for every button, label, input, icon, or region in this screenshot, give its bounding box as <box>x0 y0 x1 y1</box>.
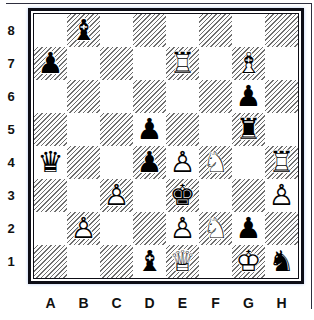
square-d2 <box>133 212 166 245</box>
square-h7 <box>265 47 298 80</box>
square-f5 <box>199 113 232 146</box>
square-h2 <box>265 212 298 245</box>
file-label-a: A <box>34 293 67 313</box>
square-e7: ♜♖ <box>166 47 199 80</box>
white-pawn-icon: ♙ <box>265 179 298 212</box>
square-h1: ♞♞ <box>265 245 298 278</box>
square-f6 <box>199 80 232 113</box>
file-label-b: B <box>67 293 100 313</box>
square-a4: ♛♛ <box>34 146 67 179</box>
square-c3: ♟♙ <box>100 179 133 212</box>
square-b7 <box>67 47 100 80</box>
square-g5: ♜♜ <box>232 113 265 146</box>
square-b8: ♝♝ <box>67 14 100 47</box>
square-g2: ♟♟ <box>232 212 265 245</box>
square-b5 <box>67 113 100 146</box>
board-grid: ♝♝♟♟♜♖♝♗♟♟♟♟♜♜♛♛♟♟♟♙♞♘♜♖♟♙♚♚♟♙♟♙♟♙♞♘♟♟♝♝… <box>33 13 299 279</box>
square-h8 <box>265 14 298 47</box>
square-f2: ♞♘ <box>199 212 232 245</box>
white-rook-icon: ♖ <box>166 47 199 80</box>
file-label-h: H <box>265 293 298 313</box>
square-d6 <box>133 80 166 113</box>
file-label-d: D <box>133 293 166 313</box>
square-f4: ♞♘ <box>199 146 232 179</box>
chess-board-frame: ♝♝♟♟♜♖♝♗♟♟♟♟♜♜♛♛♟♟♟♙♞♘♜♖♟♙♚♚♟♙♟♙♟♙♞♘♟♟♝♝… <box>28 8 304 284</box>
outer-frame-top-line <box>6 3 312 4</box>
square-d7 <box>133 47 166 80</box>
square-e8 <box>166 14 199 47</box>
square-a3 <box>34 179 67 212</box>
square-g4 <box>232 146 265 179</box>
black-king-icon: ♚ <box>166 179 199 212</box>
square-f1 <box>199 245 232 278</box>
white-pawn-icon: ♙ <box>100 179 133 212</box>
square-d4: ♟♟ <box>133 146 166 179</box>
square-b3 <box>67 179 100 212</box>
square-b4 <box>67 146 100 179</box>
square-g3 <box>232 179 265 212</box>
black-bishop-icon: ♝ <box>67 14 100 47</box>
square-e5 <box>166 113 199 146</box>
black-pawn-icon: ♟ <box>133 146 166 179</box>
square-c1 <box>100 245 133 278</box>
black-pawn-icon: ♟ <box>133 113 166 146</box>
black-queen-icon: ♛ <box>34 146 67 179</box>
white-bishop-icon: ♗ <box>232 47 265 80</box>
square-h3: ♟♙ <box>265 179 298 212</box>
file-label-f: F <box>199 293 232 313</box>
rank-label-5: 5 <box>0 113 22 146</box>
square-a1 <box>34 245 67 278</box>
square-b2: ♟♙ <box>67 212 100 245</box>
black-rook-icon: ♜ <box>232 113 265 146</box>
square-a7: ♟♟ <box>34 47 67 80</box>
black-pawn-icon: ♟ <box>34 47 67 80</box>
square-f3 <box>199 179 232 212</box>
white-pawn-icon: ♙ <box>166 212 199 245</box>
square-d1: ♝♝ <box>133 245 166 278</box>
file-label-c: C <box>100 293 133 313</box>
square-e3: ♚♚ <box>166 179 199 212</box>
square-g8 <box>232 14 265 47</box>
square-a5 <box>34 113 67 146</box>
rank-label-7: 7 <box>0 47 22 80</box>
square-b1 <box>67 245 100 278</box>
square-g6: ♟♟ <box>232 80 265 113</box>
square-e6 <box>166 80 199 113</box>
file-label-g: G <box>232 293 265 313</box>
chess-diagram-page: 8 7 6 5 4 3 2 1 ♝♝♟♟♜♖♝♗♟♟♟♟♜♜♛♛♟♟♟♙♞♘♜♖… <box>0 0 314 320</box>
square-c4 <box>100 146 133 179</box>
square-h4: ♜♖ <box>265 146 298 179</box>
rank-label-3: 3 <box>0 179 22 212</box>
square-c7 <box>100 47 133 80</box>
white-king-icon: ♔ <box>232 245 265 278</box>
square-f8 <box>199 14 232 47</box>
white-queen-icon: ♕ <box>166 245 199 278</box>
square-c2 <box>100 212 133 245</box>
square-c6 <box>100 80 133 113</box>
square-h6 <box>265 80 298 113</box>
black-pawn-icon: ♟ <box>232 212 265 245</box>
square-g7: ♝♗ <box>232 47 265 80</box>
square-c5 <box>100 113 133 146</box>
black-bishop-icon: ♝ <box>133 245 166 278</box>
square-a8 <box>34 14 67 47</box>
white-knight-icon: ♘ <box>199 146 232 179</box>
square-g1: ♚♔ <box>232 245 265 278</box>
file-label-e: E <box>166 293 199 313</box>
white-pawn-icon: ♙ <box>166 146 199 179</box>
square-d3 <box>133 179 166 212</box>
square-d8 <box>133 14 166 47</box>
square-e1: ♛♕ <box>166 245 199 278</box>
square-d5: ♟♟ <box>133 113 166 146</box>
rank-label-8: 8 <box>0 14 22 47</box>
square-h5 <box>265 113 298 146</box>
rank-label-1: 1 <box>0 245 22 278</box>
outer-frame-right-line <box>311 3 312 309</box>
black-pawn-icon: ♟ <box>232 80 265 113</box>
rank-label-6: 6 <box>0 80 22 113</box>
white-knight-icon: ♘ <box>199 212 232 245</box>
file-labels: A B C D E F G H <box>34 293 298 313</box>
square-f7 <box>199 47 232 80</box>
square-a6 <box>34 80 67 113</box>
rank-label-4: 4 <box>0 146 22 179</box>
square-b6 <box>67 80 100 113</box>
square-e2: ♟♙ <box>166 212 199 245</box>
rank-label-2: 2 <box>0 212 22 245</box>
square-c8 <box>100 14 133 47</box>
white-pawn-icon: ♙ <box>67 212 100 245</box>
white-rook-icon: ♖ <box>265 146 298 179</box>
square-a2 <box>34 212 67 245</box>
square-e4: ♟♙ <box>166 146 199 179</box>
black-knight-icon: ♞ <box>265 245 298 278</box>
